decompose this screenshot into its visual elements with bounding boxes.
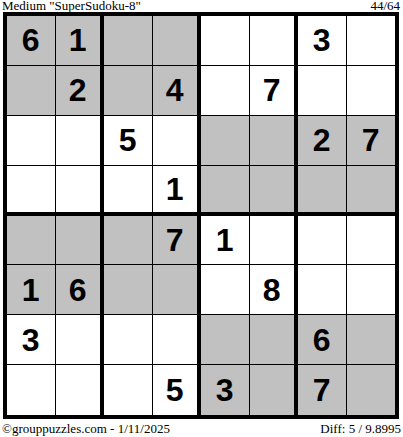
cell-r1c1: 6 xyxy=(7,16,56,66)
cell-r2c1[interactable] xyxy=(7,66,56,116)
given-digit: 4 xyxy=(166,74,184,106)
cell-r6c1: 1 xyxy=(7,265,56,315)
cell-r4c1[interactable] xyxy=(7,166,56,216)
cell-r2c5[interactable] xyxy=(201,66,250,116)
cell-r1c5[interactable] xyxy=(201,16,250,66)
given-digit: 1 xyxy=(22,274,40,306)
footer: ©grouppuzzles.com - 1/11/2025 Diff: 5 / … xyxy=(2,422,401,435)
cell-r8c4: 5 xyxy=(153,365,202,415)
cell-r6c6: 8 xyxy=(250,265,299,315)
given-digit: 3 xyxy=(313,24,331,56)
difficulty-text: Diff: 5 / 9.8995 xyxy=(320,422,401,435)
given-digit: 3 xyxy=(22,324,40,356)
cell-r8c1[interactable] xyxy=(7,365,56,415)
cell-r2c4: 4 xyxy=(153,66,202,116)
cell-r1c6[interactable] xyxy=(250,16,299,66)
cell-r1c7: 3 xyxy=(298,16,347,66)
cell-r3c4[interactable] xyxy=(153,116,202,166)
given-digit: 7 xyxy=(313,374,331,406)
cell-r4c6[interactable] xyxy=(250,166,299,216)
cell-r1c2: 1 xyxy=(56,16,105,66)
given-digit: 2 xyxy=(69,74,87,106)
cell-r4c7[interactable] xyxy=(298,166,347,216)
given-digit: 1 xyxy=(166,173,184,205)
cell-r6c5[interactable] xyxy=(201,265,250,315)
cell-r8c8[interactable] xyxy=(347,365,396,415)
cell-r7c5[interactable] xyxy=(201,315,250,365)
cell-r3c7: 2 xyxy=(298,116,347,166)
given-digit: 6 xyxy=(69,274,87,306)
cell-r8c6[interactable] xyxy=(250,365,299,415)
cell-r5c6[interactable] xyxy=(250,216,299,266)
given-digit: 3 xyxy=(216,374,234,406)
cell-r5c1[interactable] xyxy=(7,216,56,266)
cell-r4c5[interactable] xyxy=(201,166,250,216)
cell-r3c2[interactable] xyxy=(56,116,105,166)
cell-r7c8[interactable] xyxy=(347,315,396,365)
cell-r5c2[interactable] xyxy=(56,216,105,266)
cell-r3c6[interactable] xyxy=(250,116,299,166)
cell-r1c8[interactable] xyxy=(347,16,396,66)
cells-remaining-counter: 44/64 xyxy=(370,0,400,12)
cell-r7c4[interactable] xyxy=(153,315,202,365)
copyright-text: ©grouppuzzles.com - 1/11/2025 xyxy=(2,422,170,435)
cell-r3c8: 7 xyxy=(347,116,396,166)
cell-r8c5: 3 xyxy=(201,365,250,415)
given-digit: 5 xyxy=(166,374,184,406)
given-digit: 6 xyxy=(22,24,40,56)
cell-r6c3[interactable] xyxy=(104,265,153,315)
cell-r2c8[interactable] xyxy=(347,66,396,116)
given-digit: 8 xyxy=(263,274,281,306)
cell-r5c7[interactable] xyxy=(298,216,347,266)
cell-r3c5[interactable] xyxy=(201,116,250,166)
cell-r2c2: 2 xyxy=(56,66,105,116)
given-digit: 7 xyxy=(263,74,281,106)
cell-r4c8[interactable] xyxy=(347,166,396,216)
cell-r8c3[interactable] xyxy=(104,365,153,415)
cell-r8c2[interactable] xyxy=(56,365,105,415)
cell-r7c2[interactable] xyxy=(56,315,105,365)
cell-r5c8[interactable] xyxy=(347,216,396,266)
cell-r4c3[interactable] xyxy=(104,166,153,216)
cell-r6c8[interactable] xyxy=(347,265,396,315)
given-digit: 1 xyxy=(216,224,234,256)
cell-r6c7[interactable] xyxy=(298,265,347,315)
cell-r2c7[interactable] xyxy=(298,66,347,116)
cell-r7c3[interactable] xyxy=(104,315,153,365)
cell-r5c3[interactable] xyxy=(104,216,153,266)
cell-r5c5: 1 xyxy=(201,216,250,266)
cell-r2c6: 7 xyxy=(250,66,299,116)
header: Medium "SuperSudoku-8" 44/64 xyxy=(2,0,400,12)
given-digit: 1 xyxy=(69,24,87,56)
cell-r4c4: 1 xyxy=(153,166,202,216)
cell-r1c3[interactable] xyxy=(104,16,153,66)
cell-r4c2[interactable] xyxy=(56,166,105,216)
cell-r5c4: 7 xyxy=(153,216,202,266)
cell-r8c7: 7 xyxy=(298,365,347,415)
given-digit: 2 xyxy=(313,124,331,156)
cell-r6c2: 6 xyxy=(56,265,105,315)
given-digit: 7 xyxy=(362,124,380,156)
cell-r7c6[interactable] xyxy=(250,315,299,365)
puzzle-title: Medium "SuperSudoku-8" xyxy=(2,0,141,12)
given-digit: 5 xyxy=(119,124,137,156)
cell-r3c1[interactable] xyxy=(7,116,56,166)
cell-r6c4[interactable] xyxy=(153,265,202,315)
given-digit: 6 xyxy=(313,324,331,356)
cell-r1c4[interactable] xyxy=(153,16,202,66)
sudoku-board: 61324752717116836537 xyxy=(3,12,399,419)
given-digit: 7 xyxy=(166,224,184,256)
cell-r2c3[interactable] xyxy=(104,66,153,116)
cell-r3c3: 5 xyxy=(104,116,153,166)
cell-r7c7: 6 xyxy=(298,315,347,365)
cell-r7c1: 3 xyxy=(7,315,56,365)
